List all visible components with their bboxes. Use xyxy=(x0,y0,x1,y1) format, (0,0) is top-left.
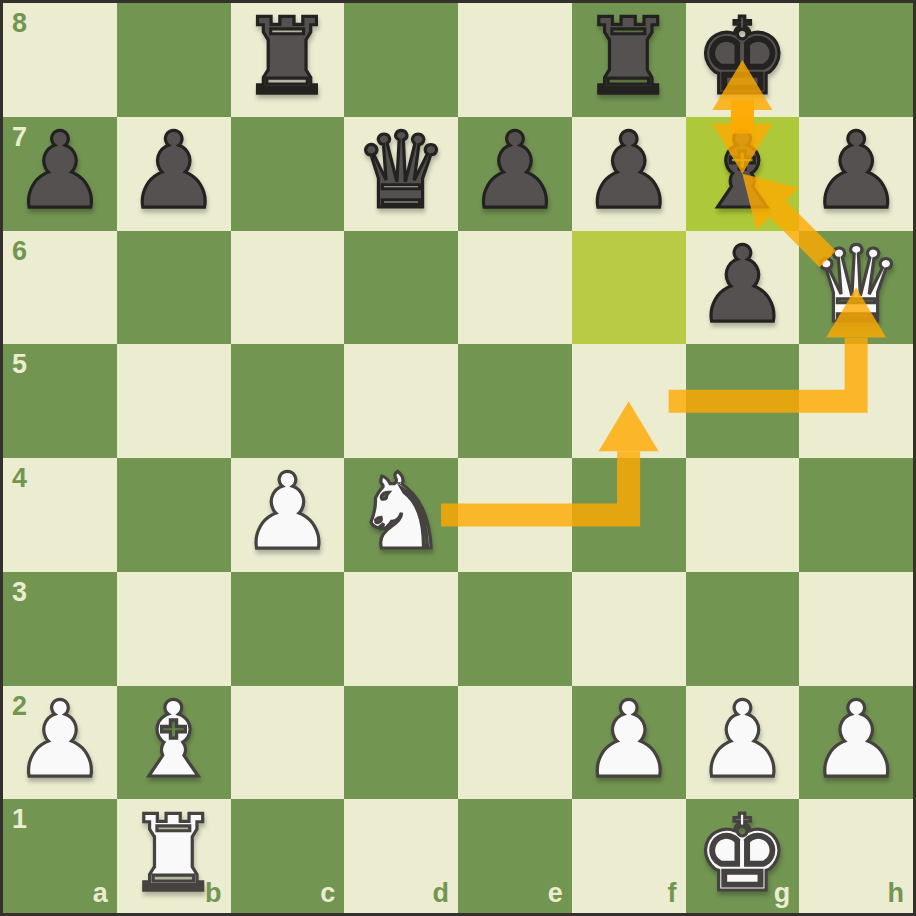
piece-black-pawn-h7[interactable]: ♟ xyxy=(809,119,903,224)
file-label-h: h xyxy=(888,880,905,907)
square-e3[interactable] xyxy=(458,572,572,686)
square-c2[interactable] xyxy=(231,686,345,800)
square-c8[interactable]: ♜ xyxy=(231,3,345,117)
square-c6[interactable] xyxy=(231,231,345,345)
square-f2[interactable]: ♟ xyxy=(572,686,686,800)
square-e1[interactable]: e xyxy=(458,799,572,913)
file-label-d: d xyxy=(433,880,450,907)
square-h5[interactable] xyxy=(799,344,913,458)
rank-label-2: 2 xyxy=(12,693,27,720)
rank-label-5: 5 xyxy=(12,351,27,378)
square-f8[interactable]: ♜ xyxy=(572,3,686,117)
square-d6[interactable] xyxy=(344,231,458,345)
square-h1[interactable]: h xyxy=(799,799,913,913)
square-c3[interactable] xyxy=(231,572,345,686)
square-a2[interactable]: 2♟ xyxy=(3,686,117,800)
square-f5[interactable] xyxy=(572,344,686,458)
square-c1[interactable]: c xyxy=(231,799,345,913)
square-h7[interactable]: ♟ xyxy=(799,117,913,231)
file-label-f: f xyxy=(668,880,677,907)
board-grid[interactable]: 8♜♜♚7♟♟♛♟♟♝♟6♟♛54♟♞32♟♝♟♟♟1ab♜cdefg♚h xyxy=(3,3,913,913)
rank-label-8: 8 xyxy=(12,10,27,37)
square-g8[interactable]: ♚ xyxy=(686,3,800,117)
square-e5[interactable] xyxy=(458,344,572,458)
square-d2[interactable] xyxy=(344,686,458,800)
rank-label-3: 3 xyxy=(12,579,27,606)
square-d7[interactable]: ♛ xyxy=(344,117,458,231)
square-g3[interactable] xyxy=(686,572,800,686)
file-label-g: g xyxy=(774,880,791,907)
file-label-b: b xyxy=(205,880,222,907)
square-h8[interactable] xyxy=(799,3,913,117)
piece-black-rook-c8[interactable]: ♜ xyxy=(240,5,334,110)
piece-white-knight-d4[interactable]: ♞ xyxy=(354,460,448,565)
square-a1[interactable]: 1a xyxy=(3,799,117,913)
square-g1[interactable]: g♚ xyxy=(686,799,800,913)
file-label-a: a xyxy=(93,880,108,907)
piece-white-pawn-g2[interactable]: ♟ xyxy=(695,688,789,793)
square-b3[interactable] xyxy=(117,572,231,686)
square-g7[interactable]: ♝ xyxy=(686,117,800,231)
square-e2[interactable] xyxy=(458,686,572,800)
square-f7[interactable]: ♟ xyxy=(572,117,686,231)
file-label-e: e xyxy=(548,880,563,907)
rank-label-6: 6 xyxy=(12,238,27,265)
square-d3[interactable] xyxy=(344,572,458,686)
square-c4[interactable]: ♟ xyxy=(231,458,345,572)
rank-label-1: 1 xyxy=(12,806,27,833)
square-f6[interactable] xyxy=(572,231,686,345)
square-g4[interactable] xyxy=(686,458,800,572)
square-h6[interactable]: ♛ xyxy=(799,231,913,345)
square-f4[interactable] xyxy=(572,458,686,572)
square-b2[interactable]: ♝ xyxy=(117,686,231,800)
square-a6[interactable]: 6 xyxy=(3,231,117,345)
square-b1[interactable]: b♜ xyxy=(117,799,231,913)
square-b8[interactable] xyxy=(117,3,231,117)
square-e6[interactable] xyxy=(458,231,572,345)
square-b5[interactable] xyxy=(117,344,231,458)
square-a3[interactable]: 3 xyxy=(3,572,117,686)
square-f3[interactable] xyxy=(572,572,686,686)
piece-white-queen-h6[interactable]: ♛ xyxy=(809,233,903,338)
piece-white-pawn-c4[interactable]: ♟ xyxy=(240,460,334,565)
chess-board-frame: 8♜♜♚7♟♟♛♟♟♝♟6♟♛54♟♞32♟♝♟♟♟1ab♜cdefg♚h xyxy=(0,0,916,916)
square-b7[interactable]: ♟ xyxy=(117,117,231,231)
piece-black-pawn-g6[interactable]: ♟ xyxy=(695,233,789,338)
piece-black-king-g8[interactable]: ♚ xyxy=(695,5,789,110)
square-e7[interactable]: ♟ xyxy=(458,117,572,231)
square-h3[interactable] xyxy=(799,572,913,686)
square-e4[interactable] xyxy=(458,458,572,572)
square-d5[interactable] xyxy=(344,344,458,458)
square-h2[interactable]: ♟ xyxy=(799,686,913,800)
square-a5[interactable]: 5 xyxy=(3,344,117,458)
piece-white-pawn-f2[interactable]: ♟ xyxy=(582,688,676,793)
square-e8[interactable] xyxy=(458,3,572,117)
file-label-c: c xyxy=(320,880,335,907)
piece-black-queen-d7[interactable]: ♛ xyxy=(354,119,448,224)
rank-label-4: 4 xyxy=(12,465,27,492)
square-b6[interactable] xyxy=(117,231,231,345)
square-c5[interactable] xyxy=(231,344,345,458)
square-f1[interactable]: f xyxy=(572,799,686,913)
square-d8[interactable] xyxy=(344,3,458,117)
square-g2[interactable]: ♟ xyxy=(686,686,800,800)
piece-black-pawn-f7[interactable]: ♟ xyxy=(582,119,676,224)
piece-white-pawn-h2[interactable]: ♟ xyxy=(809,688,903,793)
piece-black-bishop-g7[interactable]: ♝ xyxy=(695,119,789,224)
square-h4[interactable] xyxy=(799,458,913,572)
square-b4[interactable] xyxy=(117,458,231,572)
square-g5[interactable] xyxy=(686,344,800,458)
square-a4[interactable]: 4 xyxy=(3,458,117,572)
square-g6[interactable]: ♟ xyxy=(686,231,800,345)
square-d4[interactable]: ♞ xyxy=(344,458,458,572)
square-d1[interactable]: d xyxy=(344,799,458,913)
square-a8[interactable]: 8 xyxy=(3,3,117,117)
piece-black-rook-f8[interactable]: ♜ xyxy=(582,5,676,110)
square-c7[interactable] xyxy=(231,117,345,231)
piece-black-pawn-b7[interactable]: ♟ xyxy=(127,119,221,224)
rank-label-7: 7 xyxy=(12,124,27,151)
piece-black-pawn-e7[interactable]: ♟ xyxy=(468,119,562,224)
piece-white-bishop-b2[interactable]: ♝ xyxy=(127,688,221,793)
square-a7[interactable]: 7♟ xyxy=(3,117,117,231)
